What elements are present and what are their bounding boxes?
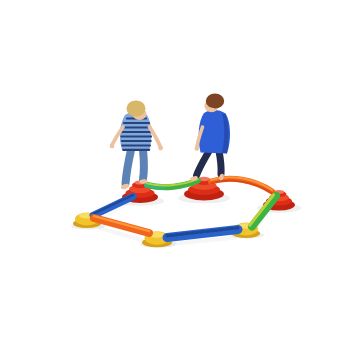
toddler-right-hand	[158, 146, 163, 151]
toddler-legs	[126, 150, 144, 184]
boy-front-hand	[195, 146, 200, 151]
toddler-left-hand	[110, 144, 115, 149]
toddler-left-leg-jeans	[126, 150, 132, 184]
toddler-right-leg-jeans	[143, 150, 144, 179]
beam-green-arc-top	[147, 179, 198, 188]
beam-blue-front	[167, 228, 238, 238]
boy-back-leg-pants	[219, 151, 221, 174]
boy-legs	[197, 151, 222, 176]
child-toddler-left	[110, 101, 163, 191]
child-boy-right	[190, 93, 230, 181]
toddler-blond-hair	[127, 101, 146, 117]
boy-auburn-hair	[206, 93, 224, 108]
balance-course-scene	[0, 0, 360, 360]
product-photo-canvas	[0, 0, 360, 360]
boy-front-leg-pants	[197, 151, 210, 176]
